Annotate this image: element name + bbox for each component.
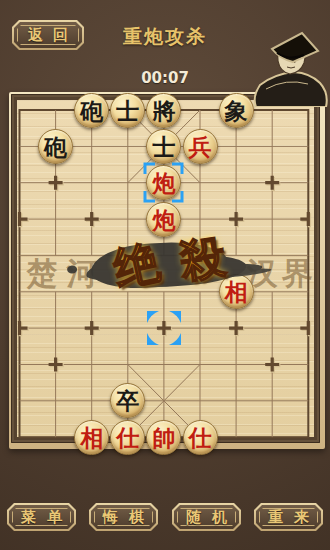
piece-black-將[interactable]: 將 [146, 93, 181, 128]
piece-black-砲[interactable]: 砲 [74, 93, 109, 128]
menu-button[interactable]: 菜单 [7, 503, 76, 531]
random-button[interactable]: 随机 [172, 503, 241, 531]
piece-red-仕[interactable]: 仕 [110, 420, 145, 455]
piece-black-砲[interactable]: 砲 [38, 129, 73, 164]
piece-black-士[interactable]: 士 [110, 93, 145, 128]
piece-red-相[interactable]: 相 [219, 274, 254, 309]
piece-black-卒[interactable]: 卒 [110, 383, 145, 418]
piece-red-兵[interactable]: 兵 [183, 129, 218, 164]
menu-button-label: 菜单 [7, 503, 76, 531]
piece-red-炮[interactable]: 炮 [146, 165, 181, 200]
piece-red-仕[interactable]: 仕 [183, 420, 218, 455]
piece-black-士[interactable]: 士 [146, 129, 181, 164]
piece-red-帥[interactable]: 帥 [146, 420, 181, 455]
undo-move-button-label: 悔棋 [89, 503, 158, 531]
piece-red-炮[interactable]: 炮 [146, 202, 181, 237]
undo-move-button[interactable]: 悔棋 [89, 503, 158, 531]
master-portrait-image [246, 27, 328, 107]
xiangqi-board[interactable]: 楚 河 汉 界 砲士將象砲士兵炮炮相卒相仕帥仕 绝 殺 [9, 92, 325, 449]
piece-red-相[interactable]: 相 [74, 420, 109, 455]
xiangqi-game-screen: 返回 重炮攻杀 00:07 楚 河 汉 界 砲士將象 [0, 0, 330, 550]
restart-button[interactable]: 重来 [254, 503, 323, 531]
random-button-label: 随机 [172, 503, 241, 531]
restart-button-label: 重来 [254, 503, 323, 531]
